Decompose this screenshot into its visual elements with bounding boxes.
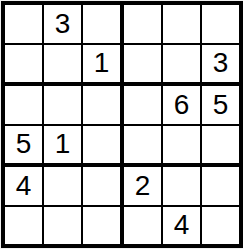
cell-r3c3[interactable] <box>83 86 124 126</box>
cell-r2c1[interactable] <box>5 45 44 87</box>
cell-r4c6[interactable] <box>202 126 239 168</box>
cell-r3c4[interactable] <box>124 86 163 126</box>
cell-r3c2[interactable] <box>44 86 83 126</box>
cell-r6c2[interactable] <box>44 207 83 245</box>
cell-r2c4[interactable] <box>124 45 163 87</box>
cell-r4c1[interactable]: 5 <box>5 126 44 168</box>
cell-r5c2[interactable] <box>44 167 83 207</box>
cell-r5c6[interactable] <box>202 167 239 207</box>
cell-r6c1[interactable] <box>5 207 44 245</box>
cell-r6c4[interactable] <box>124 207 163 245</box>
cell-r1c6[interactable] <box>202 5 239 45</box>
cell-r2c2[interactable] <box>44 45 83 87</box>
cell-r1c4[interactable] <box>124 5 163 45</box>
cell-r5c3[interactable] <box>83 167 124 207</box>
cell-r5c4[interactable]: 2 <box>124 167 163 207</box>
cell-r2c3[interactable]: 1 <box>83 45 124 87</box>
cell-r4c2[interactable]: 1 <box>44 126 83 168</box>
cell-r3c6[interactable]: 5 <box>202 86 239 126</box>
cell-r6c5[interactable]: 4 <box>163 207 202 245</box>
cell-r1c3[interactable] <box>83 5 124 45</box>
cell-r4c5[interactable] <box>163 126 202 168</box>
cell-r2c5[interactable] <box>163 45 202 87</box>
cell-r6c3[interactable] <box>83 207 124 245</box>
cell-r5c1[interactable]: 4 <box>5 167 44 207</box>
cell-r4c4[interactable] <box>124 126 163 168</box>
cell-r1c2[interactable]: 3 <box>44 5 83 45</box>
cell-r3c5[interactable]: 6 <box>163 86 202 126</box>
cell-r2c6[interactable]: 3 <box>202 45 239 87</box>
screenshot-frame: 3136551424 <box>0 0 243 249</box>
cell-r6c6[interactable] <box>202 207 239 245</box>
cell-r1c1[interactable] <box>5 5 44 45</box>
cell-r5c5[interactable] <box>163 167 202 207</box>
cell-r4c3[interactable] <box>83 126 124 168</box>
cell-r1c5[interactable] <box>163 5 202 45</box>
sudoku-board: 3136551424 <box>1 1 243 248</box>
cell-r3c1[interactable] <box>5 86 44 126</box>
